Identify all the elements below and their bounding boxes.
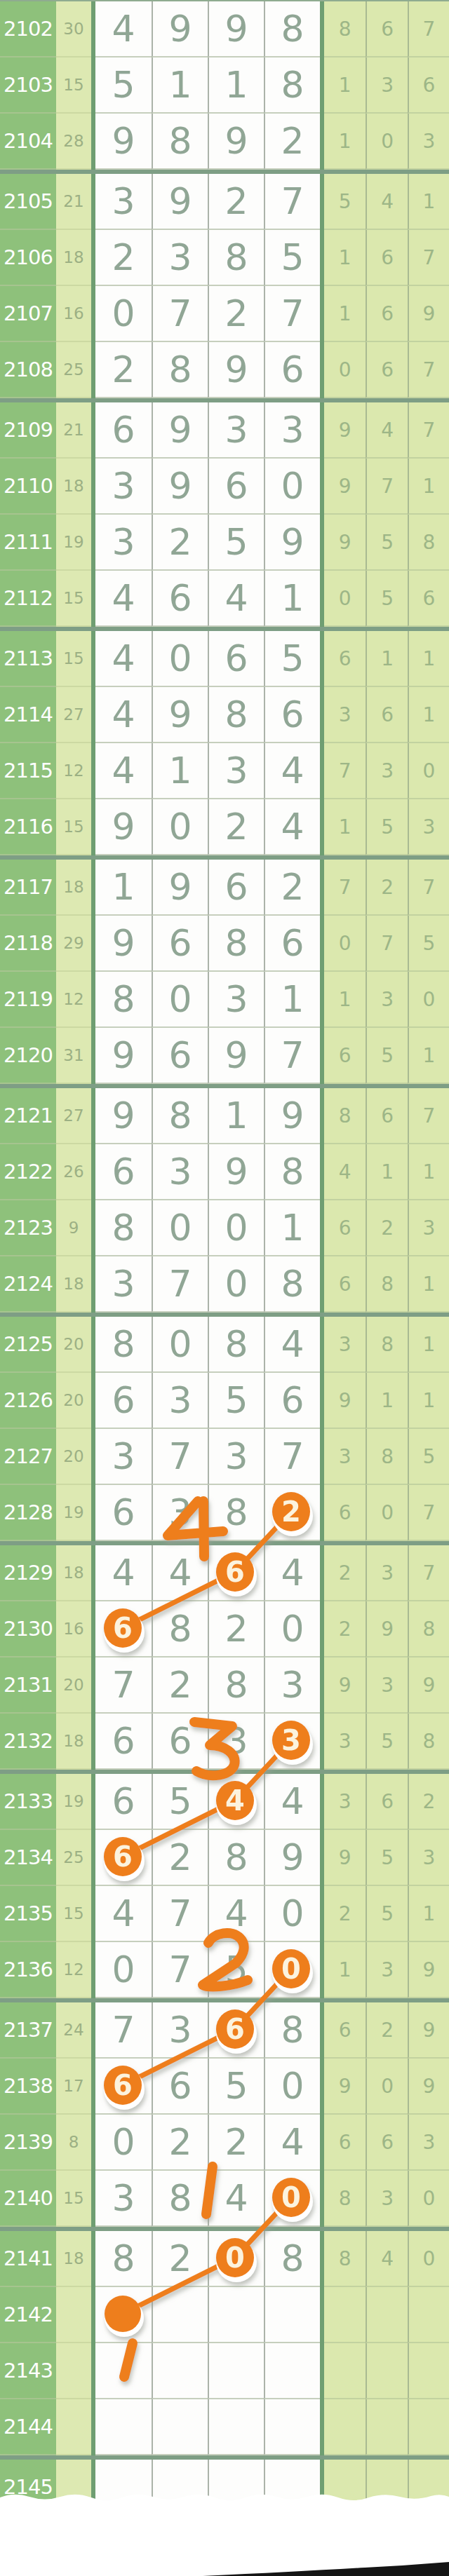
sum-value	[56, 2287, 91, 2343]
extra-cell-2: 6	[366, 2115, 407, 2171]
sum-value: 15	[56, 571, 91, 627]
digit-cell-4: 3	[264, 402, 320, 459]
extra-cell-3	[408, 2343, 449, 2399]
extra-cell-3: 8	[408, 1714, 449, 1770]
sum-value: 18	[56, 230, 91, 286]
digit-cell-2: 0	[152, 1200, 208, 1256]
digit-cell-3: 1	[208, 57, 264, 114]
digit-cell-3: 3	[208, 1429, 264, 1485]
issue-number: 2111	[0, 515, 56, 571]
issue-number: 2145	[0, 2460, 56, 2516]
table-row: 2124 18 3 7 0 8 6 8 1	[0, 1256, 449, 1313]
extra-cell-1: 2	[324, 1545, 366, 1601]
digit-cell-4: 9	[264, 1830, 320, 1886]
extra-cell-1: 1	[324, 114, 366, 170]
digit-cell-1: 9	[95, 799, 152, 855]
digit-cell-1: 4	[95, 1545, 152, 1601]
extra-cell-1: 7	[324, 860, 366, 916]
extra-cell-3: 9	[408, 2059, 449, 2115]
digit-cell-1: 1	[95, 860, 152, 916]
sum-value: 25	[56, 1830, 91, 1886]
table-row: 2141 18 8 2 0 8 8 4 0	[0, 2231, 449, 2287]
digit-cell-4: 0	[264, 1886, 320, 1942]
extra-cell-1: 0	[324, 342, 366, 398]
digit-cell-4: 0	[264, 1942, 320, 1998]
extra-cell-2: 2	[366, 1200, 407, 1256]
issue-number: 2130	[0, 1601, 56, 1658]
digit-cell-2	[152, 2343, 208, 2399]
digit-cell-4: 9	[264, 515, 320, 571]
digit-cell-1: 6	[95, 1144, 152, 1200]
issue-number: 2116	[0, 799, 56, 855]
digit-cell-2: 3	[152, 1144, 208, 1200]
extra-cell-3: 0	[408, 2171, 449, 2227]
extra-cell-1	[324, 2399, 366, 2455]
extra-cell-3: 6	[408, 571, 449, 627]
digit-cell-2: 0	[152, 799, 208, 855]
extra-cell-2: 3	[366, 2171, 407, 2227]
digit-cell-4: 6	[264, 687, 320, 743]
extra-cell-3: 1	[408, 1144, 449, 1200]
digit-cell-2: 9	[152, 402, 208, 459]
issue-number: 2103	[0, 57, 56, 114]
extra-cell-2: 0	[366, 2059, 407, 2115]
digit-cell-2: 7	[152, 1886, 208, 1942]
extra-cell-3: 3	[408, 1200, 449, 1256]
issue-number: 2108	[0, 342, 56, 398]
extra-cell-3: 7	[408, 860, 449, 916]
extra-cell-3: 1	[408, 459, 449, 515]
extra-cell-3: 5	[408, 1429, 449, 1485]
extra-cell-1: 1	[324, 286, 366, 342]
extra-cell-3: 1	[408, 1886, 449, 1942]
table-row: 2117 18 1 9 6 2 7 2 7	[0, 860, 449, 916]
digit-cell-4: 1	[264, 571, 320, 627]
digit-cell-4: 0	[264, 459, 320, 515]
digit-cell-2: 1	[152, 57, 208, 114]
sum-value: 19	[56, 1774, 91, 1830]
table-row: 2121 27 9 8 1 9 8 6 7	[0, 1088, 449, 1144]
issue-number: 2124	[0, 1256, 56, 1313]
digit-cell-4	[264, 2287, 320, 2343]
table-row: 2134 25 6 2 8 9 9 5 3	[0, 1830, 449, 1886]
table-row: 2112 15 4 6 4 1 0 5 6	[0, 571, 449, 627]
extra-cell-1: 6	[324, 2115, 366, 2171]
digit-cell-4	[264, 2343, 320, 2399]
digit-cell-2: 7	[152, 1256, 208, 1313]
extra-cell-2: 6	[366, 342, 407, 398]
digit-cell-2: 5	[152, 1774, 208, 1830]
digit-cell-2: 3	[152, 1373, 208, 1429]
table-row: 2109 21 6 9 3 3 9 4 7	[0, 402, 449, 459]
digit-cell-3: 2	[208, 1601, 264, 1658]
issue-number: 2127	[0, 1429, 56, 1485]
table-row: 2145	[0, 2460, 449, 2516]
digit-cell-1: 6	[95, 1601, 152, 1658]
digit-cell-1: 6	[95, 402, 152, 459]
table-row: 2104 28 9 8 9 2 1 0 3	[0, 114, 449, 170]
digit-cell-2: 2	[152, 2231, 208, 2287]
digit-cell-3: 3	[208, 1714, 264, 1770]
digit-cell-3: 5	[208, 2059, 264, 2115]
digit-cell-4: 4	[264, 1774, 320, 1830]
extra-cell-3: 7	[408, 342, 449, 398]
table-row: 2105 21 3 9 2 7 5 4 1	[0, 174, 449, 230]
digit-cell-3: 8	[208, 1317, 264, 1373]
table-row: 2140 15 3 8 4 0 8 3 0	[0, 2171, 449, 2227]
extra-cell-2: 6	[366, 1, 407, 57]
extra-cell-2: 1	[366, 1373, 407, 1429]
extra-cell-1: 8	[324, 2231, 366, 2287]
issue-number: 2115	[0, 743, 56, 799]
digit-cell-4: 0	[264, 2059, 320, 2115]
extra-cell-1: 9	[324, 459, 366, 515]
extra-cell-1: 3	[324, 1317, 366, 1373]
digit-cell-4: 4	[264, 743, 320, 799]
issue-number: 2137	[0, 2002, 56, 2059]
sum-value: 27	[56, 1088, 91, 1144]
digit-cell-1: 9	[95, 1028, 152, 1084]
extra-cell-3: 0	[408, 2231, 449, 2287]
digit-cell-2	[152, 2399, 208, 2455]
sum-value: 18	[56, 1256, 91, 1313]
table-row: 2115 12 4 1 3 4 7 3 0	[0, 743, 449, 799]
table-row: 2107 16 0 7 2 7 1 6 9	[0, 286, 449, 342]
extra-cell-2: 8	[366, 1317, 407, 1373]
extra-cell-3: 0	[408, 743, 449, 799]
extra-cell-1: 9	[324, 2059, 366, 2115]
issue-number: 2140	[0, 2171, 56, 2227]
extra-cell-2: 8	[366, 1429, 407, 1485]
digit-cell-4: 4	[264, 799, 320, 855]
digit-cell-4: 4	[264, 1317, 320, 1373]
extra-cell-3: 1	[408, 687, 449, 743]
extra-cell-3: 7	[408, 1, 449, 57]
extra-cell-3: 7	[408, 1485, 449, 1541]
sum-value: 12	[56, 1942, 91, 1998]
digit-cell-3: 0	[208, 2231, 264, 2287]
digit-cell-3: 9	[208, 342, 264, 398]
digit-cell-3: 8	[208, 230, 264, 286]
extra-cell-1: 8	[324, 2171, 366, 2227]
extra-cell-3: 3	[408, 799, 449, 855]
extra-cell-3: 6	[408, 57, 449, 114]
digit-cell-2: 2	[152, 2115, 208, 2171]
extra-cell-3: 8	[408, 515, 449, 571]
extra-cell-2	[366, 2287, 407, 2343]
extra-cell-2: 5	[366, 1830, 407, 1886]
extra-cell-2: 4	[366, 402, 407, 459]
digit-cell-3: 5	[208, 1942, 264, 1998]
digit-cell-3: 6	[208, 860, 264, 916]
table-row: 2131 20 7 2 8 3 9 3 9	[0, 1658, 449, 1714]
digit-cell-4: 1	[264, 1200, 320, 1256]
digit-cell-1: 8	[95, 1317, 152, 1373]
extra-cell-2: 6	[366, 230, 407, 286]
extra-cell-1: 0	[324, 916, 366, 972]
sum-value: 15	[56, 631, 91, 687]
extra-cell-2: 4	[366, 174, 407, 230]
table-row: 2128 19 6 3 8 2 6 0 7	[0, 1485, 449, 1541]
digit-cell-2: 6	[152, 1028, 208, 1084]
extra-cell-2: 6	[366, 687, 407, 743]
digit-cell-3: 8	[208, 1658, 264, 1714]
digit-cell-1: 0	[95, 1942, 152, 1998]
sum-value: 12	[56, 743, 91, 799]
digit-cell-4: 2	[264, 1485, 320, 1541]
table-row: 2129 18 4 4 6 4 2 3 7	[0, 1545, 449, 1601]
sum-value: 20	[56, 1429, 91, 1485]
table-row: 2126 20 6 3 5 6 9 1 1	[0, 1373, 449, 1429]
issue-number: 2142	[0, 2287, 56, 2343]
sum-value: 20	[56, 1658, 91, 1714]
digit-cell-1: 8	[95, 1200, 152, 1256]
extra-cell-3: 1	[408, 1317, 449, 1373]
digit-cell-2: 2	[152, 1658, 208, 1714]
issue-number: 2114	[0, 687, 56, 743]
digit-cell-3	[208, 2343, 264, 2399]
digit-cell-1	[95, 2287, 152, 2343]
extra-cell-2: 1	[366, 1144, 407, 1200]
extra-cell-3: 0	[408, 972, 449, 1028]
issue-number: 2109	[0, 402, 56, 459]
digit-cell-3: 0	[208, 1256, 264, 1313]
digit-cell-3: 8	[208, 1830, 264, 1886]
extra-cell-2: 5	[366, 799, 407, 855]
digit-cell-4: 6	[264, 342, 320, 398]
extra-cell-2: 7	[366, 916, 407, 972]
extra-cell-2: 0	[366, 1485, 407, 1541]
extra-cell-3: 1	[408, 631, 449, 687]
dark-bottom-edge	[203, 2562, 449, 2576]
digit-cell-2: 9	[152, 1, 208, 57]
table-row: 2135 15 4 7 4 0 2 5 1	[0, 1886, 449, 1942]
digit-cell-1: 6	[95, 1373, 152, 1429]
table-row: 2127 20 3 7 3 7 3 8 5	[0, 1429, 449, 1485]
digit-cell-1: 4	[95, 631, 152, 687]
digit-cell-1: 4	[95, 571, 152, 627]
extra-cell-2: 3	[366, 1658, 407, 1714]
sum-value: 20	[56, 1373, 91, 1429]
extra-cell-3: 7	[408, 1088, 449, 1144]
digit-cell-3: 6	[208, 631, 264, 687]
issue-number: 2102	[0, 1, 56, 57]
table-row: 2119 12 8 0 3 1 1 3 0	[0, 972, 449, 1028]
issue-number: 2104	[0, 114, 56, 170]
digit-cell-4: 4	[264, 1545, 320, 1601]
table-row: 2142	[0, 2287, 449, 2343]
extra-cell-2: 2	[366, 2002, 407, 2059]
extra-cell-1: 7	[324, 743, 366, 799]
digit-cell-3: 8	[208, 1485, 264, 1541]
digit-cell-1: 6	[95, 1485, 152, 1541]
extra-cell-1	[324, 2287, 366, 2343]
table-row: 2122 26 6 3 9 8 4 1 1	[0, 1144, 449, 1200]
digit-cell-4: 5	[264, 230, 320, 286]
sum-value: 18	[56, 860, 91, 916]
digit-cell-2: 8	[152, 342, 208, 398]
extra-cell-2	[366, 2399, 407, 2455]
extra-cell-2: 6	[366, 1088, 407, 1144]
extra-cell-3: 8	[408, 1601, 449, 1658]
digit-cell-2: 7	[152, 1942, 208, 1998]
digit-cell-2: 6	[152, 1714, 208, 1770]
digit-cell-1: 9	[95, 114, 152, 170]
table-row: 2125 20 8 0 8 4 3 8 1	[0, 1317, 449, 1373]
issue-number: 2141	[0, 2231, 56, 2287]
digit-cell-1: 7	[95, 2002, 152, 2059]
extra-cell-2: 5	[366, 1714, 407, 1770]
issue-number: 2139	[0, 2115, 56, 2171]
digit-cell-1: 4	[95, 1, 152, 57]
digit-cell-1: 3	[95, 515, 152, 571]
digit-cell-1: 6	[95, 1830, 152, 1886]
sum-value: 28	[56, 114, 91, 170]
sum-value: 12	[56, 972, 91, 1028]
digit-cell-1: 9	[95, 1088, 152, 1144]
digit-cell-4: 1	[264, 972, 320, 1028]
sum-value: 31	[56, 1028, 91, 1084]
issue-number: 2123	[0, 1200, 56, 1256]
sum-value: 15	[56, 57, 91, 114]
digit-cell-4: 9	[264, 1088, 320, 1144]
digit-cell-1: 3	[95, 1429, 152, 1485]
digit-cell-3: 6	[208, 459, 264, 515]
sum-value: 19	[56, 515, 91, 571]
digit-cell-4: 6	[264, 916, 320, 972]
extra-cell-1: 1	[324, 230, 366, 286]
extra-cell-1: 6	[324, 1256, 366, 1313]
digit-cell-4: 7	[264, 1429, 320, 1485]
extra-cell-1: 3	[324, 1774, 366, 1830]
table-row: 2114 27 4 9 8 6 3 6 1	[0, 687, 449, 743]
digit-cell-3: 3	[208, 972, 264, 1028]
extra-cell-2: 6	[366, 1774, 407, 1830]
digit-cell-4: 2	[264, 860, 320, 916]
digit-cell-2: 2	[152, 1830, 208, 1886]
table-row: 2143	[0, 2343, 449, 2399]
digit-cell-1: 6	[95, 2059, 152, 2115]
table-row: 2144	[0, 2399, 449, 2455]
extra-cell-3: 9	[408, 2002, 449, 2059]
digit-cell-1: 8	[95, 972, 152, 1028]
extra-cell-3: 7	[408, 230, 449, 286]
extra-cell-2: 3	[366, 743, 407, 799]
digit-cell-2: 6	[152, 2059, 208, 2115]
extra-cell-2: 7	[366, 459, 407, 515]
extra-cell-1: 9	[324, 1658, 366, 1714]
extra-cell-2: 0	[366, 114, 407, 170]
trend-chart-screen: 2102 30 4 9 9 8 8 6 7 2103 15 5 1 1 8 1 …	[0, 0, 449, 2576]
digit-cell-2: 9	[152, 860, 208, 916]
digit-cell-2: 0	[152, 631, 208, 687]
digit-cell-1: 4	[95, 687, 152, 743]
digit-cell-2: 9	[152, 687, 208, 743]
digit-cell-4: 0	[264, 1601, 320, 1658]
digit-cell-4: 8	[264, 2231, 320, 2287]
sum-value: 9	[56, 1200, 91, 1256]
digit-cell-4: 4	[264, 2115, 320, 2171]
digit-cell-1: 3	[95, 1256, 152, 1313]
table-row: 2106 18 2 3 8 5 1 6 7	[0, 230, 449, 286]
issue-number: 2117	[0, 860, 56, 916]
digit-cell-3: 9	[208, 1144, 264, 1200]
sum-value: 18	[56, 1714, 91, 1770]
digit-cell-2	[152, 2287, 208, 2343]
issue-number: 2120	[0, 1028, 56, 1084]
table-row: 2137 24 7 3 6 8 6 2 9	[0, 2002, 449, 2059]
sum-value: 16	[56, 286, 91, 342]
extra-cell-3: 9	[408, 286, 449, 342]
extra-cell-2: 5	[366, 1028, 407, 1084]
table-row: 2118 29 9 6 8 6 0 7 5	[0, 916, 449, 972]
issue-number: 2133	[0, 1774, 56, 1830]
sum-value	[56, 2460, 91, 2516]
digit-cell-4: 7	[264, 286, 320, 342]
digit-cell-4: 3	[264, 1714, 320, 1770]
sum-value: 8	[56, 2115, 91, 2171]
extra-cell-2	[366, 2460, 407, 2516]
extra-cell-2: 2	[366, 860, 407, 916]
digit-cell-3: 6	[208, 1545, 264, 1601]
digit-cell-2: 6	[152, 571, 208, 627]
digit-cell-3: 8	[208, 687, 264, 743]
sum-value: 30	[56, 1, 91, 57]
extra-cell-2: 9	[366, 1601, 407, 1658]
digit-cell-4	[264, 2460, 320, 2516]
digit-cell-2	[152, 2460, 208, 2516]
digit-cell-4: 6	[264, 1373, 320, 1429]
extra-cell-3: 9	[408, 1942, 449, 1998]
issue-number: 2121	[0, 1088, 56, 1144]
digit-cell-3: 2	[208, 2115, 264, 2171]
digit-cell-3: 4	[208, 1774, 264, 1830]
digit-cell-3: 4	[208, 571, 264, 627]
sum-value: 15	[56, 1886, 91, 1942]
sum-value: 27	[56, 687, 91, 743]
digit-cell-4: 8	[264, 57, 320, 114]
table-row: 2102 30 4 9 9 8 8 6 7	[0, 1, 449, 57]
table-row: 2133 19 6 5 4 4 3 6 2	[0, 1774, 449, 1830]
sum-value: 17	[56, 2059, 91, 2115]
digit-cell-1: 2	[95, 342, 152, 398]
extra-cell-1: 8	[324, 1088, 366, 1144]
extra-cell-1: 1	[324, 972, 366, 1028]
digit-cell-1: 4	[95, 1886, 152, 1942]
issue-number: 2144	[0, 2399, 56, 2455]
issue-number: 2132	[0, 1714, 56, 1770]
sum-value: 18	[56, 2231, 91, 2287]
extra-cell-1: 6	[324, 1028, 366, 1084]
issue-number: 2134	[0, 1830, 56, 1886]
extra-cell-3: 9	[408, 1658, 449, 1714]
extra-cell-2: 5	[366, 1886, 407, 1942]
extra-cell-2: 5	[366, 515, 407, 571]
sum-value: 15	[56, 799, 91, 855]
digit-cell-1: 2	[95, 230, 152, 286]
extra-cell-2	[366, 2343, 407, 2399]
digit-cell-2: 0	[152, 1317, 208, 1373]
issue-number: 2126	[0, 1373, 56, 1429]
digit-cell-1: 9	[95, 916, 152, 972]
extra-cell-1: 6	[324, 2002, 366, 2059]
digit-cell-4: 3	[264, 1658, 320, 1714]
digit-cell-2: 4	[152, 1545, 208, 1601]
issue-number: 2125	[0, 1317, 56, 1373]
issue-number: 2119	[0, 972, 56, 1028]
digit-cell-1: 7	[95, 1658, 152, 1714]
digit-cell-1: 0	[95, 286, 152, 342]
